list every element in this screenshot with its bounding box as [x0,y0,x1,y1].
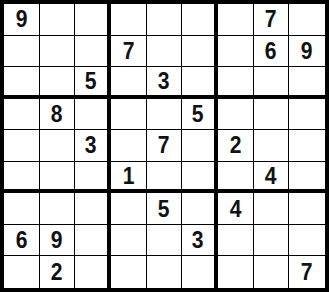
cell-r7c9[interactable] [289,193,325,225]
given-digit: 5 [192,102,204,126]
cell-r5c6[interactable] [182,130,218,162]
cell-r6c2[interactable] [40,162,76,194]
cell-r3c4[interactable] [111,67,147,99]
cell-r4c9[interactable] [289,99,325,131]
cell-r4c1[interactable] [4,99,40,131]
given-digit: 5 [85,69,97,93]
cell-r8c5[interactable] [147,225,183,257]
cell-r3c3: 5 [75,67,111,99]
cell-r8c7[interactable] [218,225,254,257]
cell-r4c8[interactable] [254,99,290,131]
cell-r7c1[interactable] [4,193,40,225]
cell-r3c9[interactable] [289,67,325,99]
cell-r6c1[interactable] [4,162,40,194]
cell-r3c2[interactable] [40,67,76,99]
cell-r9c2: 2 [40,256,76,288]
cell-r2c2[interactable] [40,36,76,68]
cell-r6c4: 1 [111,162,147,194]
cell-r6c7[interactable] [218,162,254,194]
cell-r5c8[interactable] [254,130,290,162]
cell-r1c4[interactable] [111,4,147,36]
cell-r3c6[interactable] [182,67,218,99]
given-digit: 4 [229,197,241,221]
sudoku-puzzle: 977695385372145469327 [0,0,329,292]
given-digit: 3 [158,69,170,93]
cell-r9c5[interactable] [147,256,183,288]
cell-r5c9[interactable] [289,130,325,162]
cell-r1c6[interactable] [182,4,218,36]
given-digit: 7 [122,39,134,63]
cell-r1c7[interactable] [218,4,254,36]
given-digit: 2 [229,133,241,157]
cell-r1c8: 7 [254,4,290,36]
given-digit: 3 [85,133,97,157]
cell-r5c3: 3 [75,130,111,162]
cell-r8c6: 3 [182,225,218,257]
cell-r1c9[interactable] [289,4,325,36]
cell-r5c2[interactable] [40,130,76,162]
given-digit: 5 [158,197,170,221]
cell-r4c5[interactable] [147,99,183,131]
cell-r2c7[interactable] [218,36,254,68]
given-digit: 6 [15,228,27,252]
cell-r1c2[interactable] [40,4,76,36]
cell-r3c7[interactable] [218,67,254,99]
cell-r9c3[interactable] [75,256,111,288]
cell-r3c1[interactable] [4,67,40,99]
cell-r8c3[interactable] [75,225,111,257]
cell-r2c8: 6 [254,36,290,68]
cell-r7c2[interactable] [40,193,76,225]
cell-r4c3[interactable] [75,99,111,131]
cell-r1c5[interactable] [147,4,183,36]
cell-r2c1[interactable] [4,36,40,68]
cell-r3c8[interactable] [254,67,290,99]
cell-r8c1: 6 [4,225,40,257]
given-digit: 6 [265,39,277,63]
cell-r3c5: 3 [147,67,183,99]
cell-r7c6[interactable] [182,193,218,225]
cell-r7c4[interactable] [111,193,147,225]
given-digit: 9 [301,39,313,63]
given-digit: 1 [122,164,134,188]
cell-r5c1[interactable] [4,130,40,162]
cell-r2c4: 7 [111,36,147,68]
cell-r4c7[interactable] [218,99,254,131]
cell-r8c8[interactable] [254,225,290,257]
cell-r7c5: 5 [147,193,183,225]
cell-r2c5[interactable] [147,36,183,68]
cell-r4c4[interactable] [111,99,147,131]
cell-r7c7: 4 [218,193,254,225]
cell-r8c4[interactable] [111,225,147,257]
cell-r7c3[interactable] [75,193,111,225]
cell-r9c7[interactable] [218,256,254,288]
given-digit: 9 [51,228,63,252]
given-digit: 9 [15,7,27,31]
cell-r2c9: 9 [289,36,325,68]
cell-r6c6[interactable] [182,162,218,194]
cell-r1c3[interactable] [75,4,111,36]
cell-r5c7: 2 [218,130,254,162]
cell-r9c8[interactable] [254,256,290,288]
sudoku-grid: 977695385372145469327 [0,0,329,292]
cell-r6c5[interactable] [147,162,183,194]
cell-r6c8: 4 [254,162,290,194]
cell-r9c4[interactable] [111,256,147,288]
given-digit: 7 [265,7,277,31]
given-digit: 7 [158,133,170,157]
cell-r7c8[interactable] [254,193,290,225]
cell-r4c6: 5 [182,99,218,131]
given-digit: 2 [51,260,63,284]
cell-r5c4[interactable] [111,130,147,162]
cell-r9c1[interactable] [4,256,40,288]
given-digit: 4 [265,164,277,188]
cell-r2c3[interactable] [75,36,111,68]
cell-r9c6[interactable] [182,256,218,288]
cell-r6c3[interactable] [75,162,111,194]
cell-r5c5: 7 [147,130,183,162]
cell-r8c9[interactable] [289,225,325,257]
given-digit: 8 [51,102,63,126]
cell-r9c9: 7 [289,256,325,288]
cell-r1c1: 9 [4,4,40,36]
cell-r6c9[interactable] [289,162,325,194]
cell-r8c2: 9 [40,225,76,257]
cell-r2c6[interactable] [182,36,218,68]
given-digit: 7 [301,260,313,284]
cell-r4c2: 8 [40,99,76,131]
given-digit: 3 [192,228,204,252]
